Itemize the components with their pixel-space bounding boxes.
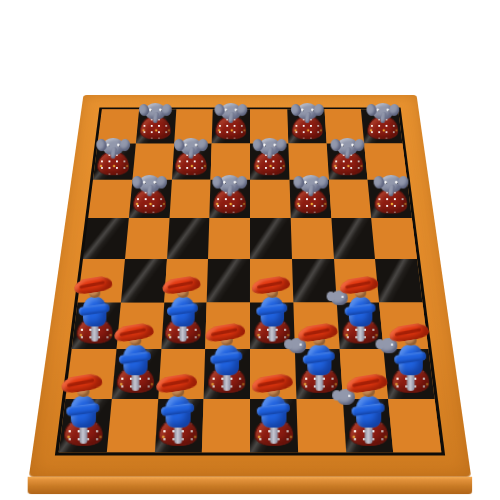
square-h8[interactable] [361, 109, 402, 143]
rider-red-turban [251, 275, 291, 296]
rider-red-turban [346, 372, 389, 394]
rider-red-turban [205, 322, 247, 343]
elephant-piece[interactable] [331, 136, 365, 175]
square-c1[interactable] [154, 399, 204, 452]
companion-elephant-eye [349, 395, 351, 397]
square-f1[interactable] [296, 399, 346, 452]
rider-folded-arms [210, 351, 243, 364]
elephant-head [145, 103, 165, 119]
square-a7[interactable] [93, 143, 136, 179]
elephant-ear-right [353, 138, 366, 152]
elephant-ear-left [130, 175, 143, 190]
square-c3[interactable] [161, 303, 207, 350]
elephant-eye-left [107, 144, 110, 147]
elephant-head [259, 138, 280, 155]
square-d5[interactable] [208, 218, 250, 259]
elephant-head [338, 138, 359, 155]
elephant-eye-left [185, 144, 188, 147]
square-f5[interactable] [290, 218, 333, 259]
rider-piece[interactable] [390, 325, 432, 393]
square-a3[interactable] [72, 303, 121, 350]
elephant-head [103, 138, 124, 155]
elephant-eye-left [149, 109, 152, 112]
square-a6[interactable] [88, 180, 132, 218]
rider-blue-robe [71, 396, 96, 428]
elephant-ear-right [312, 103, 325, 117]
rider-piece[interactable] [62, 375, 105, 446]
rider-folded-arms [78, 303, 110, 316]
rider-blue-robe [166, 396, 191, 428]
companion-elephant-ear [333, 390, 342, 400]
square-b8[interactable] [136, 109, 176, 143]
elephant-eye-right [311, 109, 314, 112]
elephant-piece[interactable] [212, 173, 247, 214]
elephant-piece[interactable] [174, 136, 208, 175]
rider-piece[interactable] [347, 375, 390, 446]
elephant-piece[interactable] [139, 101, 172, 139]
rider-piece[interactable] [157, 375, 200, 446]
elephant-ear-right [235, 175, 248, 190]
square-h5[interactable] [371, 218, 417, 259]
elephant-trunk [152, 112, 158, 124]
elephant-piece[interactable] [291, 101, 324, 139]
rider-red-turban [113, 322, 155, 343]
elephant-piece[interactable] [96, 136, 130, 175]
rider-folded-arms [256, 303, 288, 316]
square-f8[interactable] [287, 109, 326, 143]
elephant-eye-right [314, 181, 317, 184]
elephant-head [139, 175, 160, 192]
elephant-eye-right [159, 109, 162, 112]
rider-folded-arms [256, 403, 290, 417]
elephant-ear-right [118, 138, 131, 152]
square-d6[interactable] [210, 180, 250, 218]
rider-blue-robe [83, 297, 106, 327]
square-e7[interactable] [250, 143, 289, 179]
rider-red-turban [389, 322, 431, 343]
elephant-trunk [146, 184, 153, 196]
rider-blue-robe [357, 396, 382, 428]
rider-folded-arms [161, 403, 195, 417]
companion-elephant-eye [342, 296, 344, 298]
companion-elephant-eye [391, 344, 393, 346]
rider-blue-robe [215, 345, 239, 376]
elephant-eye-left [341, 144, 344, 147]
elephant-eye-left [384, 181, 387, 184]
elephant-head [381, 175, 402, 192]
companion-elephant-ear [284, 339, 293, 349]
rider-piece[interactable] [206, 325, 248, 393]
rider-piece[interactable] [114, 325, 156, 393]
square-e5[interactable] [250, 218, 292, 259]
elephant-eye-left [225, 109, 228, 112]
square-g1[interactable] [342, 399, 393, 452]
elephant-ear-right [397, 175, 410, 190]
square-d4[interactable] [207, 259, 250, 303]
rider-blue-robe [399, 345, 423, 376]
rider-red-turban [251, 372, 294, 394]
square-h6[interactable] [368, 180, 412, 218]
elephant-head [373, 103, 393, 119]
elephant-ear-left [292, 175, 305, 190]
rider-folded-arms [66, 403, 100, 417]
square-b2[interactable] [112, 349, 161, 399]
elephant-ear-right [275, 138, 288, 152]
elephant-piece[interactable] [293, 173, 328, 214]
elephant-ear-right [236, 103, 249, 117]
elephant-piece[interactable] [215, 101, 248, 139]
rider-blue-robe [172, 297, 195, 327]
rider-blue-robe [349, 297, 372, 327]
elephant-trunk [307, 184, 314, 196]
checkers-board [29, 95, 471, 477]
square-e1[interactable] [250, 399, 298, 452]
square-c5[interactable] [167, 218, 210, 259]
rider-red-turban [73, 275, 113, 296]
square-a5[interactable] [83, 218, 129, 259]
rider-folded-arms [394, 351, 427, 364]
square-b1[interactable] [107, 399, 158, 452]
square-f6[interactable] [289, 180, 331, 218]
rider-piece[interactable] [252, 375, 295, 446]
elephant-eye-left [223, 181, 226, 184]
rider-folded-arms [118, 351, 151, 364]
elephant-eye-right [117, 144, 120, 147]
elephant-eye-right [153, 181, 156, 184]
photo-scene [0, 0, 500, 500]
rider-red-turban [339, 275, 379, 296]
elephant-eye-left [301, 109, 304, 112]
rider-piece[interactable] [252, 278, 292, 344]
companion-elephant-eye [299, 344, 301, 346]
elephant-ear-right [197, 138, 210, 152]
rider-piece[interactable] [298, 325, 340, 393]
elephant-piece[interactable] [367, 101, 400, 139]
square-h4[interactable] [375, 259, 422, 303]
rider-blue-robe [261, 396, 286, 428]
square-d2[interactable] [204, 349, 250, 399]
rider-piece[interactable] [163, 278, 203, 344]
rider-blue-robe [261, 297, 284, 327]
elephant-eye-left [142, 181, 145, 184]
elephant-ear-right [160, 103, 173, 117]
elephant-head [297, 103, 317, 119]
elephant-ear-right [155, 175, 168, 190]
elephant-eye-left [377, 109, 380, 112]
rider-blue-robe [307, 345, 331, 376]
square-e6[interactable] [250, 180, 290, 218]
square-h1[interactable] [388, 399, 441, 452]
rider-piece[interactable] [74, 278, 114, 344]
rider-red-turban [297, 322, 339, 343]
square-a1[interactable] [59, 399, 112, 452]
square-g5[interactable] [331, 218, 375, 259]
rider-folded-arms [345, 303, 377, 316]
square-b5[interactable] [125, 218, 169, 259]
rider-red-turban [155, 372, 198, 394]
elephant-piece[interactable] [132, 173, 167, 214]
elephant-eye-right [273, 144, 276, 147]
rider-red-turban [162, 275, 202, 296]
elephant-trunk [304, 112, 310, 124]
rider-blue-robe [123, 345, 147, 376]
square-g7[interactable] [326, 143, 368, 179]
square-c6[interactable] [169, 180, 211, 218]
elephant-piece[interactable] [253, 136, 287, 175]
square-d8[interactable] [212, 109, 250, 143]
rider-piece[interactable] [341, 278, 381, 344]
elephant-head [219, 175, 240, 192]
elephant-ear-right [388, 103, 401, 117]
square-b4[interactable] [121, 259, 167, 303]
elephant-head [181, 138, 202, 155]
square-d1[interactable] [202, 399, 250, 452]
rider-folded-arms [302, 351, 335, 364]
square-h2[interactable] [384, 349, 435, 399]
board-wood-edge [28, 477, 473, 494]
square-g6[interactable] [329, 180, 372, 218]
companion-elephant-ear [376, 339, 385, 349]
elephant-ear-right [316, 175, 329, 190]
rider-red-turban [60, 372, 103, 394]
elephant-head [221, 103, 241, 119]
square-b6[interactable] [129, 180, 172, 218]
rider-folded-arms [351, 403, 385, 417]
elephant-head [300, 175, 321, 192]
square-c7[interactable] [171, 143, 211, 179]
board-grid [55, 107, 445, 455]
companion-elephant-ear [327, 292, 336, 302]
elephant-eye-left [263, 144, 266, 147]
elephant-piece[interactable] [374, 173, 409, 214]
rider-folded-arms [167, 303, 199, 316]
elephant-eye-left [304, 181, 307, 184]
